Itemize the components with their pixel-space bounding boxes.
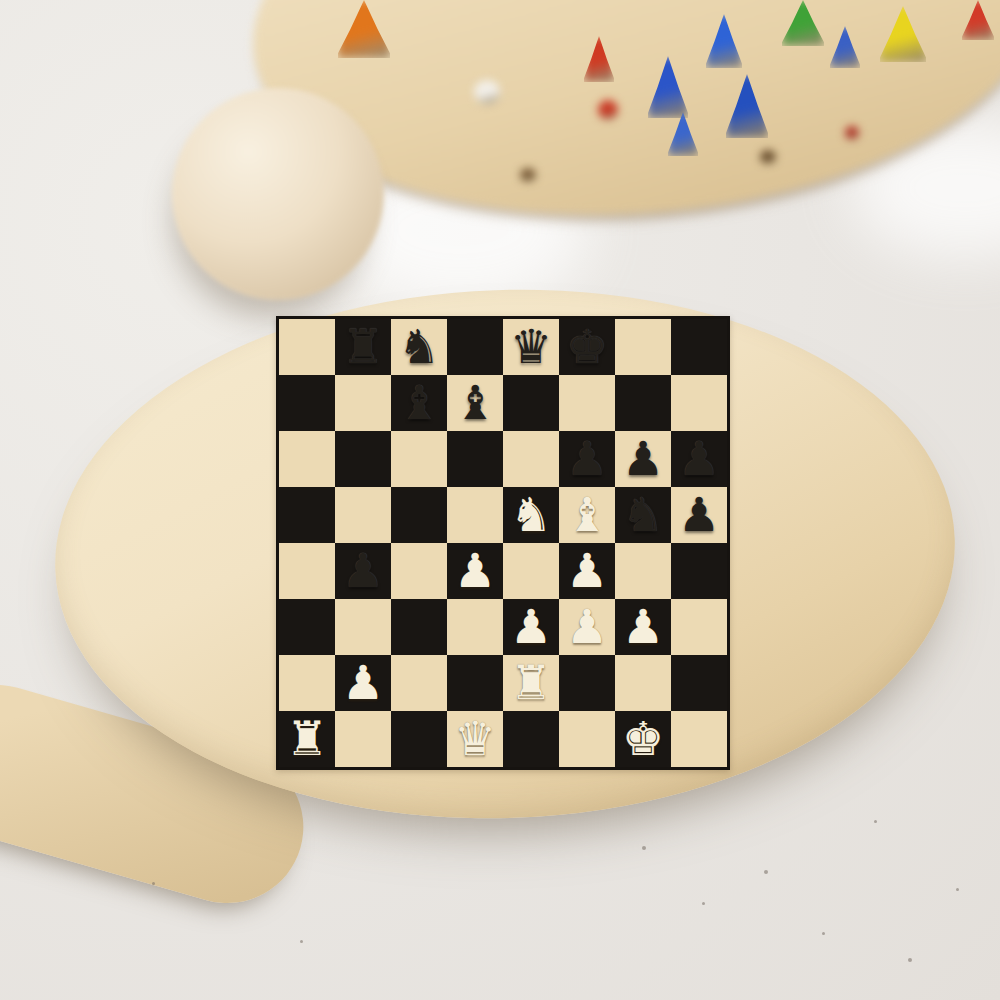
square-f7 — [559, 375, 615, 431]
square-e1 — [503, 711, 559, 767]
ludo-cone-green — [782, 0, 824, 46]
square-e8: ♛ — [503, 319, 559, 375]
square-f8: ♚ — [559, 319, 615, 375]
square-b3 — [335, 599, 391, 655]
square-c5 — [391, 487, 447, 543]
square-c4 — [391, 543, 447, 599]
ludo-cone-blue-2 — [706, 14, 742, 68]
square-d4: ♟ — [447, 543, 503, 599]
square-g4 — [615, 543, 671, 599]
square-h7 — [671, 375, 727, 431]
white-rook-e2: ♜ — [510, 655, 552, 711]
black-bishop-c7: ♝ — [398, 375, 440, 431]
square-d6 — [447, 431, 503, 487]
square-g3: ♟ — [615, 599, 671, 655]
black-knight-c8: ♞ — [398, 319, 440, 375]
ludo-dot-red-2 — [845, 126, 859, 140]
ludo-die-white — [474, 80, 500, 104]
white-pawn-e3: ♟ — [510, 599, 552, 655]
square-f3: ♟ — [559, 599, 615, 655]
white-pawn-d4: ♟ — [454, 543, 496, 599]
table-speck — [300, 940, 303, 943]
square-a6 — [279, 431, 335, 487]
table-speck — [764, 870, 768, 874]
white-king-g1: ♚ — [622, 711, 664, 767]
square-a7 — [279, 375, 335, 431]
wooden-ball — [172, 88, 384, 300]
square-c7: ♝ — [391, 375, 447, 431]
white-queen-d1: ♛ — [454, 711, 496, 767]
ludo-pieces-layer — [0, 0, 1000, 260]
square-a5 — [279, 487, 335, 543]
black-queen-e8: ♛ — [510, 319, 552, 375]
black-pawn-b4: ♟ — [342, 543, 384, 599]
square-g8 — [615, 319, 671, 375]
square-c2 — [391, 655, 447, 711]
table-speck — [642, 846, 646, 850]
black-pawn-g6: ♟ — [622, 431, 664, 487]
square-b2: ♟ — [335, 655, 391, 711]
square-h5: ♟ — [671, 487, 727, 543]
square-c1 — [391, 711, 447, 767]
ludo-cone-orange — [338, 0, 390, 58]
square-e5: ♞ — [503, 487, 559, 543]
table-speck — [874, 820, 877, 823]
square-b8: ♜ — [335, 319, 391, 375]
square-h2 — [671, 655, 727, 711]
square-d2 — [447, 655, 503, 711]
ludo-cone-blue-3 — [726, 74, 768, 138]
square-f6: ♟ — [559, 431, 615, 487]
square-g1: ♚ — [615, 711, 671, 767]
table-speck — [956, 888, 959, 891]
black-bishop-d7: ♝ — [454, 375, 496, 431]
ludo-cone-blue-1 — [648, 56, 688, 118]
black-knight-g5: ♞ — [622, 487, 664, 543]
table-speck — [152, 882, 155, 885]
chessboard: ♜♞♛♚♝♝♟♟♟♞♝♞♟♟♟♟♟♟♟♟♜♜♛♚ — [276, 316, 730, 770]
square-h6: ♟ — [671, 431, 727, 487]
square-g6: ♟ — [615, 431, 671, 487]
ludo-cone-blue-4 — [668, 112, 698, 156]
square-c6 — [391, 431, 447, 487]
black-rook-b8: ♜ — [342, 319, 384, 375]
square-a2 — [279, 655, 335, 711]
white-pawn-f4: ♟ — [566, 543, 608, 599]
square-e3: ♟ — [503, 599, 559, 655]
square-a1: ♜ — [279, 711, 335, 767]
white-bishop-f5: ♝ — [566, 487, 608, 543]
square-e4 — [503, 543, 559, 599]
black-king-f8: ♚ — [566, 319, 608, 375]
square-d8 — [447, 319, 503, 375]
square-a4 — [279, 543, 335, 599]
black-pawn-h6: ♟ — [678, 431, 720, 487]
white-pawn-b2: ♟ — [342, 655, 384, 711]
square-b6 — [335, 431, 391, 487]
ludo-cone-red — [584, 36, 614, 82]
square-g7 — [615, 375, 671, 431]
ludo-cone-red-2 — [962, 0, 994, 40]
table-speck — [908, 958, 912, 962]
square-b7 — [335, 375, 391, 431]
white-knight-e5: ♞ — [510, 487, 552, 543]
ludo-dot-red — [598, 100, 618, 120]
square-f5: ♝ — [559, 487, 615, 543]
square-h8 — [671, 319, 727, 375]
square-c3 — [391, 599, 447, 655]
white-rook-a1: ♜ — [286, 711, 328, 767]
chessboard-grid: ♜♞♛♚♝♝♟♟♟♞♝♞♟♟♟♟♟♟♟♟♜♜♛♚ — [279, 319, 727, 767]
ludo-hole-1 — [520, 168, 536, 182]
square-h3 — [671, 599, 727, 655]
square-d1: ♛ — [447, 711, 503, 767]
square-a8 — [279, 319, 335, 375]
square-d7: ♝ — [447, 375, 503, 431]
white-pawn-g3: ♟ — [622, 599, 664, 655]
square-d5 — [447, 487, 503, 543]
black-pawn-h5: ♟ — [678, 487, 720, 543]
ludo-cone-blue-5 — [830, 26, 860, 68]
square-a3 — [279, 599, 335, 655]
square-h4 — [671, 543, 727, 599]
white-pawn-f3: ♟ — [566, 599, 608, 655]
square-f4: ♟ — [559, 543, 615, 599]
square-c8: ♞ — [391, 319, 447, 375]
table-speck — [822, 932, 825, 935]
table-speck — [702, 902, 705, 905]
square-g5: ♞ — [615, 487, 671, 543]
square-e2: ♜ — [503, 655, 559, 711]
square-b4: ♟ — [335, 543, 391, 599]
black-pawn-f6: ♟ — [566, 431, 608, 487]
ludo-cone-yellow — [880, 6, 926, 62]
square-f1 — [559, 711, 615, 767]
square-g2 — [615, 655, 671, 711]
scene: ♜♞♛♚♝♝♟♟♟♞♝♞♟♟♟♟♟♟♟♟♜♜♛♚ — [0, 0, 1000, 1000]
square-f2 — [559, 655, 615, 711]
square-e6 — [503, 431, 559, 487]
ludo-hole-2 — [760, 150, 776, 164]
square-e7 — [503, 375, 559, 431]
square-b1 — [335, 711, 391, 767]
square-b5 — [335, 487, 391, 543]
square-d3 — [447, 599, 503, 655]
square-h1 — [671, 711, 727, 767]
